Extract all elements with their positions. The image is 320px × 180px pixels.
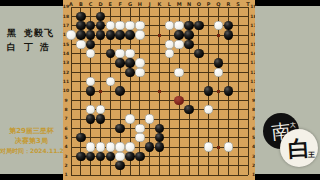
stone-white	[174, 40, 183, 49]
stone-white	[214, 68, 223, 77]
row-label-left: 5	[62, 135, 70, 140]
col-label: B	[76, 1, 86, 7]
stone-black	[106, 152, 115, 161]
stone-black	[194, 21, 203, 30]
row-label-left: 9	[62, 98, 70, 103]
stone-white	[165, 49, 174, 58]
grid-line-v	[198, 7, 199, 175]
col-label: K	[155, 1, 165, 7]
white-label: 白	[7, 40, 24, 54]
stone-white	[76, 40, 85, 49]
grid-line-v	[248, 7, 249, 175]
stone-black	[204, 86, 213, 95]
stone-black	[184, 105, 193, 114]
col-label: L	[164, 1, 174, 7]
row-label-left: 8	[62, 107, 70, 112]
stone-white	[204, 105, 213, 114]
row-label-left: 4	[62, 144, 70, 149]
stone-black	[86, 30, 95, 39]
black-player-row: 黑 党毅飞	[7, 26, 56, 40]
stone-white	[106, 142, 115, 151]
players-block: 黑 党毅飞 白 丁浩	[7, 26, 56, 54]
stone-black	[86, 21, 95, 30]
stone-black	[125, 68, 134, 77]
stone-black	[106, 30, 115, 39]
stone-black	[135, 152, 144, 161]
stone-black	[76, 152, 85, 161]
stone-black	[125, 30, 134, 39]
go-board[interactable]: A1919B1818C1717D1616E1515F1414G1313H1212…	[63, 0, 255, 180]
stone-black	[106, 49, 115, 58]
row-label-left: 7	[62, 116, 70, 121]
stone-white	[165, 40, 174, 49]
row-label-left: 14	[62, 51, 70, 56]
stone-black	[115, 58, 124, 67]
col-label: G	[125, 1, 135, 7]
stone-black	[76, 30, 85, 39]
stone-white	[125, 142, 134, 151]
row-label-left: 2	[62, 163, 70, 168]
stone-white	[115, 49, 124, 58]
stone-last-move	[174, 96, 183, 105]
channel-seal: 南 大 白 王	[255, 6, 320, 174]
stone-black	[184, 30, 193, 39]
stone-white	[135, 124, 144, 133]
stone-black	[214, 58, 223, 67]
stone-black	[96, 21, 105, 30]
stone-white	[125, 49, 134, 58]
row-label-left: 13	[62, 60, 70, 65]
col-label: S	[233, 1, 243, 7]
white-player-row: 白 丁浩	[7, 40, 56, 54]
row-label-left: 18	[62, 14, 70, 19]
info-panel: 黑 党毅飞 白 丁浩 第29届三星杯 决赛第3局 对局时间：2024.11.22	[0, 6, 63, 174]
col-label: D	[96, 1, 106, 7]
stone-white	[214, 21, 223, 30]
event-block: 第29届三星杯 决赛第3局 对局时间：2024.11.22	[0, 126, 63, 156]
stone-white	[115, 21, 124, 30]
col-label: C	[86, 1, 96, 7]
stone-white	[174, 68, 183, 77]
stone-white	[66, 30, 75, 39]
row-label-left: 3	[62, 154, 70, 159]
col-label: P	[204, 1, 214, 7]
stone-black	[224, 21, 233, 30]
row-label-left: 11	[62, 79, 70, 84]
stone-black	[115, 30, 124, 39]
stone-black	[224, 86, 233, 95]
stone-black	[96, 12, 105, 21]
star-point	[217, 90, 220, 93]
stone-white	[96, 105, 105, 114]
row-label-left: 10	[62, 88, 70, 93]
stone-white	[125, 114, 134, 123]
stone-black	[76, 12, 85, 21]
stone-black	[76, 133, 85, 142]
col-label: F	[115, 1, 125, 7]
stone-white	[115, 152, 124, 161]
grid-line-h	[71, 175, 248, 176]
stone-black	[184, 21, 193, 30]
grid-line-v	[238, 7, 239, 175]
black-label: 黑	[7, 26, 24, 40]
stone-black	[115, 124, 124, 133]
star-point	[158, 34, 161, 37]
col-label: J	[145, 1, 155, 7]
star-point	[217, 34, 220, 37]
stone-black	[96, 30, 105, 39]
stone-black	[96, 114, 105, 123]
event-date: 对局时间：2024.11.22	[0, 146, 63, 156]
stone-white	[135, 58, 144, 67]
stone-white	[106, 21, 115, 30]
stone-white	[106, 77, 115, 86]
row-label-left: 15	[62, 42, 70, 47]
white-player-name: 丁浩	[24, 40, 56, 54]
col-label: Q	[214, 1, 224, 7]
stone-white	[204, 142, 213, 151]
stone-black	[125, 152, 134, 161]
board-grid[interactable]: A1919B1818C1717D1616E1515F1414G1313H1212…	[71, 7, 248, 175]
stone-white	[135, 68, 144, 77]
stone-black	[115, 161, 124, 170]
col-label: R	[223, 1, 233, 7]
stone-white	[135, 30, 144, 39]
stone-black	[86, 86, 95, 95]
row-label-left: 6	[62, 126, 70, 131]
row-label-left: 17	[62, 23, 70, 28]
col-label: M	[174, 1, 184, 7]
stone-white	[86, 49, 95, 58]
stone-white	[86, 105, 95, 114]
row-label-left: 19	[62, 4, 70, 9]
grid-line-h	[71, 100, 248, 101]
stone-white	[165, 21, 174, 30]
grid-line-h	[71, 165, 248, 166]
stone-black	[76, 21, 85, 30]
stone-black	[145, 142, 154, 151]
event-name: 第29届三星杯	[0, 126, 63, 136]
row-label-left: 12	[62, 70, 70, 75]
stone-white	[174, 21, 183, 30]
col-label: E	[105, 1, 115, 7]
col-label: T	[243, 1, 253, 7]
stone-black	[184, 40, 193, 49]
stone-white	[145, 114, 154, 123]
stone-white	[135, 21, 144, 30]
seal-white-char: 白	[279, 128, 320, 169]
seal-white-sub: 王	[308, 150, 315, 160]
stone-black	[96, 152, 105, 161]
col-label: H	[135, 1, 145, 7]
seal-white-stone: 白 王	[280, 129, 318, 167]
stone-white	[224, 142, 233, 151]
stone-white	[125, 21, 134, 30]
stone-black	[155, 142, 164, 151]
stone-white	[86, 77, 95, 86]
stone-white	[115, 142, 124, 151]
star-point	[158, 90, 161, 93]
stone-black	[125, 58, 134, 67]
stone-white	[96, 142, 105, 151]
stone-black	[86, 114, 95, 123]
stone-white	[135, 133, 144, 142]
stone-black	[86, 152, 95, 161]
stone-black	[86, 40, 95, 49]
stone-black	[115, 86, 124, 95]
stone-black	[194, 49, 203, 58]
col-label: N	[184, 1, 194, 7]
black-player-name: 党毅飞	[24, 26, 54, 40]
star-point	[99, 90, 102, 93]
event-round: 决赛第3局	[0, 136, 63, 146]
row-label-left: 1	[62, 172, 70, 177]
stone-black	[155, 133, 164, 142]
right-panel: 南 大 白 王	[255, 6, 320, 174]
stone-black	[224, 30, 233, 39]
stone-white	[86, 142, 95, 151]
star-point	[217, 146, 220, 149]
stone-black	[174, 30, 183, 39]
stone-black	[155, 124, 164, 133]
col-label: O	[194, 1, 204, 7]
grid-line-v	[169, 7, 170, 175]
video-frame: 黑 党毅飞 白 丁浩 第29届三星杯 决赛第3局 对局时间：2024.11.22…	[0, 0, 320, 180]
